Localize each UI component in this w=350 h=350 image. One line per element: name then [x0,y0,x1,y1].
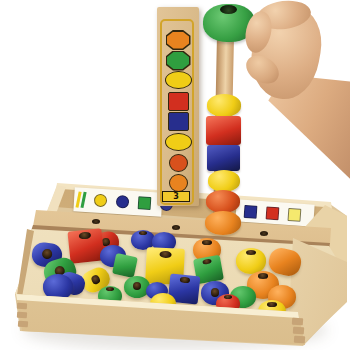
rod-bead-red-orange-round [206,190,240,213]
card-shape-green-octagon [166,51,191,71]
bead-hole [211,288,220,297]
tray-shape-pale-yellow-square [287,208,301,222]
finger-joint [17,303,27,310]
pattern-card: 3 [157,7,199,206]
card-shape-navy-square [168,112,189,131]
bead-hole [79,232,91,240]
bead-hole [258,273,269,278]
bead-sequencing-toy-photo: 3 [0,0,350,350]
bead-hole [267,302,277,307]
tray-shape-red-square [266,206,280,220]
tray-shape-green-square [138,196,152,210]
tray-card-edge-stripe-green [80,192,86,208]
bead-red-cube [67,228,104,263]
finger-joint [18,321,28,328]
tray-shape-yellow-circle [94,194,108,208]
rod-bead-navy-cube [207,145,240,171]
bead-hole [42,249,53,260]
bead-hole [202,240,212,245]
finger-joint [17,312,27,319]
rod-bead-orange-round [205,211,241,235]
card-shape-orange-octagon [166,30,191,50]
card-shape-yellow-oval [165,133,192,151]
bead-blue-sphere [43,274,73,300]
bead-hole [246,250,256,255]
tray-shape-navy-square [244,205,258,219]
rod-bead-red-cube [206,116,241,145]
bead-hole [202,258,212,265]
rail-hole [260,231,268,236]
card-shape-red-orange-circle [169,154,188,172]
finger-joint [293,327,304,335]
tray-shape-navy-circle [116,195,130,209]
bead-green-cube [112,253,138,278]
card-shape-red-square [168,92,189,111]
card-shape-yellow-oval [165,71,192,89]
rod-bead-yellow-round [207,94,241,117]
bead-hole [180,276,191,283]
bead-hole [159,250,172,258]
rod-bead-yellow-round [208,170,240,192]
bead-hole [90,273,102,285]
pattern-card-number: 3 [162,191,190,202]
bead-hole [139,231,147,235]
rail-hole [172,225,180,230]
bead-hole [224,295,232,299]
bead-hole [220,5,237,14]
bead-hole [133,282,141,290]
bead-yellow-sphere [236,248,266,274]
card-shape-fill [167,52,189,69]
bead-hole [106,287,114,291]
card-shape-fill [167,32,189,49]
finger-joint [294,336,305,344]
card-shape-orange-circle [169,174,188,192]
rail-hole [92,219,100,224]
finger-joint [292,318,303,326]
